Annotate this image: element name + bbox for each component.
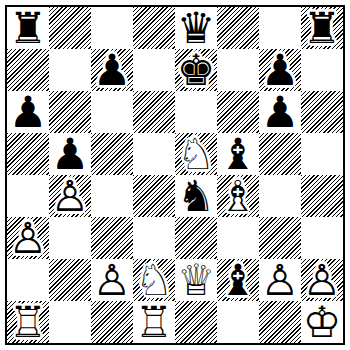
square-e3[interactable] xyxy=(175,217,217,259)
white-bishop[interactable]: ♝♗ xyxy=(217,175,259,217)
black-pawn[interactable]: ♟ xyxy=(7,91,49,133)
black-pawn-glyph: ♟ xyxy=(259,91,301,133)
square-g4[interactable] xyxy=(259,175,301,217)
black-pawn-glyph: ♟ xyxy=(7,91,49,133)
square-a4[interactable] xyxy=(7,175,49,217)
square-b5[interactable]: ♟ xyxy=(49,133,91,175)
square-a7[interactable] xyxy=(7,49,49,91)
black-king-glyph: ♚ xyxy=(175,49,217,91)
square-e1[interactable] xyxy=(175,301,217,343)
square-c8[interactable] xyxy=(91,7,133,49)
square-b1[interactable] xyxy=(49,301,91,343)
white-bishop-glyph: ♗ xyxy=(217,175,259,217)
square-f7[interactable] xyxy=(217,49,259,91)
white-rook[interactable]: ♜♖ xyxy=(133,301,175,343)
white-king[interactable]: ♚♔ xyxy=(301,301,343,343)
black-bishop[interactable]: ♝ xyxy=(217,259,259,301)
square-d2[interactable]: ♞♘ xyxy=(133,259,175,301)
white-pawn[interactable]: ♟♙ xyxy=(7,217,49,259)
square-f4[interactable]: ♝♗ xyxy=(217,175,259,217)
square-g2[interactable]: ♟♙ xyxy=(259,259,301,301)
black-bishop[interactable]: ♝ xyxy=(217,133,259,175)
square-c3[interactable] xyxy=(91,217,133,259)
black-knight[interactable]: ♞ xyxy=(175,175,217,217)
square-a1[interactable]: ♜♖ xyxy=(7,301,49,343)
square-c1[interactable] xyxy=(91,301,133,343)
square-b2[interactable] xyxy=(49,259,91,301)
square-a3[interactable]: ♟♙ xyxy=(7,217,49,259)
square-c2[interactable]: ♟♙ xyxy=(91,259,133,301)
square-d8[interactable] xyxy=(133,7,175,49)
black-pawn[interactable]: ♟ xyxy=(49,133,91,175)
square-e7[interactable]: ♚ xyxy=(175,49,217,91)
white-rook-glyph: ♖ xyxy=(7,301,49,343)
black-bishop-glyph: ♝ xyxy=(217,133,259,175)
white-king-glyph: ♔ xyxy=(301,301,343,343)
white-queen-glyph: ♕ xyxy=(175,259,217,301)
square-f8[interactable] xyxy=(217,7,259,49)
black-pawn[interactable]: ♟ xyxy=(91,49,133,91)
square-h4[interactable] xyxy=(301,175,343,217)
square-a8[interactable]: ♜ xyxy=(7,7,49,49)
black-pawn-glyph: ♟ xyxy=(91,49,133,91)
white-queen[interactable]: ♛♕ xyxy=(175,259,217,301)
chess-board-frame: ♜♛♜♟♚♟♟♟♟♞♘♝♟♙♞♝♗♟♙♟♙♞♘♛♕♝♟♙♟♙♜♖♜♖♚♔ xyxy=(5,5,345,345)
white-pawn[interactable]: ♟♙ xyxy=(301,259,343,301)
square-c4[interactable] xyxy=(91,175,133,217)
square-b4[interactable]: ♟♙ xyxy=(49,175,91,217)
black-pawn[interactable]: ♟ xyxy=(259,91,301,133)
square-h1[interactable]: ♚♔ xyxy=(301,301,343,343)
square-c5[interactable] xyxy=(91,133,133,175)
black-rook[interactable]: ♜ xyxy=(7,7,49,49)
square-h5[interactable] xyxy=(301,133,343,175)
square-f2[interactable]: ♝ xyxy=(217,259,259,301)
square-h7[interactable] xyxy=(301,49,343,91)
square-d4[interactable] xyxy=(133,175,175,217)
black-bishop-glyph: ♝ xyxy=(217,259,259,301)
square-c6[interactable] xyxy=(91,91,133,133)
white-pawn-glyph: ♙ xyxy=(301,259,343,301)
square-a2[interactable] xyxy=(7,259,49,301)
square-g5[interactable] xyxy=(259,133,301,175)
square-h8[interactable]: ♜ xyxy=(301,7,343,49)
square-d1[interactable]: ♜♖ xyxy=(133,301,175,343)
black-queen-glyph: ♛ xyxy=(175,7,217,49)
black-queen[interactable]: ♛ xyxy=(175,7,217,49)
square-g8[interactable] xyxy=(259,7,301,49)
square-f6[interactable] xyxy=(217,91,259,133)
black-knight-glyph: ♞ xyxy=(175,175,217,217)
white-rook-glyph: ♖ xyxy=(133,301,175,343)
white-pawn-glyph: ♙ xyxy=(7,217,49,259)
square-h6[interactable] xyxy=(301,91,343,133)
white-knight[interactable]: ♞♘ xyxy=(133,259,175,301)
square-g1[interactable] xyxy=(259,301,301,343)
black-rook[interactable]: ♜ xyxy=(301,7,343,49)
square-d5[interactable] xyxy=(133,133,175,175)
square-b3[interactable] xyxy=(49,217,91,259)
square-g6[interactable]: ♟ xyxy=(259,91,301,133)
square-e2[interactable]: ♛♕ xyxy=(175,259,217,301)
white-pawn[interactable]: ♟♙ xyxy=(91,259,133,301)
square-g3[interactable] xyxy=(259,217,301,259)
white-pawn-glyph: ♙ xyxy=(49,175,91,217)
square-h2[interactable]: ♟♙ xyxy=(301,259,343,301)
black-pawn[interactable]: ♟ xyxy=(259,49,301,91)
white-pawn[interactable]: ♟♙ xyxy=(49,175,91,217)
black-pawn-glyph: ♟ xyxy=(259,49,301,91)
square-e6[interactable] xyxy=(175,91,217,133)
black-king[interactable]: ♚ xyxy=(175,49,217,91)
white-rook[interactable]: ♜♖ xyxy=(7,301,49,343)
square-b6[interactable] xyxy=(49,91,91,133)
square-e4[interactable]: ♞ xyxy=(175,175,217,217)
square-d3[interactable] xyxy=(133,217,175,259)
black-pawn-glyph: ♟ xyxy=(49,133,91,175)
square-d7[interactable] xyxy=(133,49,175,91)
white-knight[interactable]: ♞♘ xyxy=(175,133,217,175)
white-knight-glyph: ♘ xyxy=(175,133,217,175)
black-rook-glyph: ♜ xyxy=(7,7,49,49)
white-pawn[interactable]: ♟♙ xyxy=(259,259,301,301)
square-g7[interactable]: ♟ xyxy=(259,49,301,91)
square-b7[interactable] xyxy=(49,49,91,91)
square-f1[interactable] xyxy=(217,301,259,343)
square-b8[interactable] xyxy=(49,7,91,49)
square-a5[interactable] xyxy=(7,133,49,175)
white-pawn-glyph: ♙ xyxy=(259,259,301,301)
square-c7[interactable]: ♟ xyxy=(91,49,133,91)
square-d6[interactable] xyxy=(133,91,175,133)
square-f3[interactable] xyxy=(217,217,259,259)
square-h3[interactable] xyxy=(301,217,343,259)
black-rook-glyph: ♜ xyxy=(301,7,343,49)
white-knight-glyph: ♘ xyxy=(133,259,175,301)
square-e5[interactable]: ♞♘ xyxy=(175,133,217,175)
square-a6[interactable]: ♟ xyxy=(7,91,49,133)
chess-board: ♜♛♜♟♚♟♟♟♟♞♘♝♟♙♞♝♗♟♙♟♙♞♘♛♕♝♟♙♟♙♜♖♜♖♚♔ xyxy=(7,7,343,343)
square-f5[interactable]: ♝ xyxy=(217,133,259,175)
square-e8[interactable]: ♛ xyxy=(175,7,217,49)
white-pawn-glyph: ♙ xyxy=(91,259,133,301)
